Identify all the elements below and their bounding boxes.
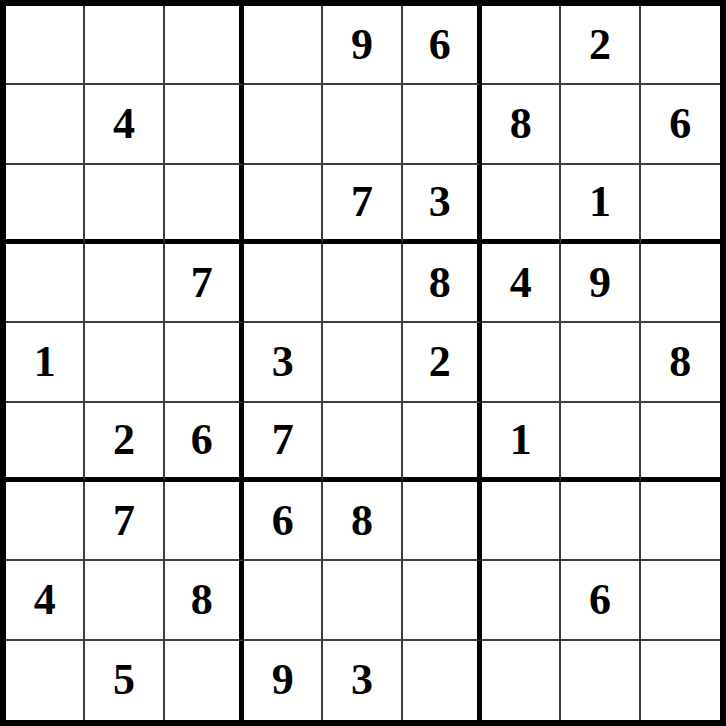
sudoku-cell-r3c5[interactable]: 7: [323, 165, 402, 244]
sudoku-cell-r2c9[interactable]: 6: [641, 85, 720, 164]
sudoku-cell-r2c6[interactable]: [403, 85, 482, 164]
sudoku-cell-r8c3[interactable]: 8: [165, 561, 244, 640]
sudoku-cell-r5c9[interactable]: 8: [641, 323, 720, 402]
sudoku-cell-r3c3[interactable]: [165, 165, 244, 244]
sudoku-cell-r4c7[interactable]: 4: [482, 244, 561, 323]
sudoku-cell-r9c8[interactable]: [561, 641, 640, 720]
sudoku-cell-r3c9[interactable]: [641, 165, 720, 244]
sudoku-cell-r4c2[interactable]: [85, 244, 164, 323]
sudoku-cell-r6c9[interactable]: [641, 403, 720, 482]
sudoku-board: 962486731784913282671768486593: [0, 0, 726, 726]
sudoku-cell-r6c4[interactable]: 7: [244, 403, 323, 482]
sudoku-cell-r1c4[interactable]: [244, 6, 323, 85]
sudoku-cell-r1c1[interactable]: [6, 6, 85, 85]
sudoku-cell-r4c8[interactable]: 9: [561, 244, 640, 323]
sudoku-cell-r3c2[interactable]: [85, 165, 164, 244]
sudoku-cell-r6c1[interactable]: [6, 403, 85, 482]
sudoku-cell-r9c9[interactable]: [641, 641, 720, 720]
sudoku-cell-r3c7[interactable]: [482, 165, 561, 244]
sudoku-cell-r3c4[interactable]: [244, 165, 323, 244]
sudoku-cell-r5c3[interactable]: [165, 323, 244, 402]
sudoku-cell-r7c7[interactable]: [482, 482, 561, 561]
sudoku-cell-r4c3[interactable]: 7: [165, 244, 244, 323]
sudoku-cell-r8c1[interactable]: 4: [6, 561, 85, 640]
sudoku-cell-r9c2[interactable]: 5: [85, 641, 164, 720]
sudoku-cell-r7c1[interactable]: [6, 482, 85, 561]
sudoku-cell-r5c8[interactable]: [561, 323, 640, 402]
sudoku-cell-r1c3[interactable]: [165, 6, 244, 85]
sudoku-cell-r8c6[interactable]: [403, 561, 482, 640]
sudoku-cell-r8c8[interactable]: 6: [561, 561, 640, 640]
sudoku-cell-r2c1[interactable]: [6, 85, 85, 164]
sudoku-cell-r8c4[interactable]: [244, 561, 323, 640]
sudoku-cell-r5c7[interactable]: [482, 323, 561, 402]
sudoku-cell-r9c5[interactable]: 3: [323, 641, 402, 720]
sudoku-cell-r7c3[interactable]: [165, 482, 244, 561]
sudoku-cell-r2c7[interactable]: 8: [482, 85, 561, 164]
sudoku-cell-r1c7[interactable]: [482, 6, 561, 85]
sudoku-cell-r3c1[interactable]: [6, 165, 85, 244]
sudoku-cell-r9c3[interactable]: [165, 641, 244, 720]
sudoku-cell-r2c5[interactable]: [323, 85, 402, 164]
sudoku-cell-r1c8[interactable]: 2: [561, 6, 640, 85]
sudoku-cell-r7c5[interactable]: 8: [323, 482, 402, 561]
sudoku-cell-r8c7[interactable]: [482, 561, 561, 640]
sudoku-cell-r3c6[interactable]: 3: [403, 165, 482, 244]
sudoku-cell-r2c8[interactable]: [561, 85, 640, 164]
sudoku-cell-r1c5[interactable]: 9: [323, 6, 402, 85]
sudoku-cell-r8c2[interactable]: [85, 561, 164, 640]
sudoku-cell-r4c6[interactable]: 8: [403, 244, 482, 323]
sudoku-cell-r4c9[interactable]: [641, 244, 720, 323]
sudoku-cell-r7c2[interactable]: 7: [85, 482, 164, 561]
sudoku-cell-r9c1[interactable]: [6, 641, 85, 720]
sudoku-puzzle: 962486731784913282671768486593: [0, 0, 726, 726]
sudoku-cell-r5c4[interactable]: 3: [244, 323, 323, 402]
sudoku-cell-r1c6[interactable]: 6: [403, 6, 482, 85]
sudoku-cell-r3c8[interactable]: 1: [561, 165, 640, 244]
sudoku-cell-r2c4[interactable]: [244, 85, 323, 164]
sudoku-cell-r2c3[interactable]: [165, 85, 244, 164]
sudoku-cell-r9c7[interactable]: [482, 641, 561, 720]
sudoku-cell-r5c5[interactable]: [323, 323, 402, 402]
sudoku-cell-r6c8[interactable]: [561, 403, 640, 482]
sudoku-cell-r1c2[interactable]: [85, 6, 164, 85]
sudoku-cell-r8c9[interactable]: [641, 561, 720, 640]
sudoku-cell-r5c6[interactable]: 2: [403, 323, 482, 402]
sudoku-cell-r2c2[interactable]: 4: [85, 85, 164, 164]
sudoku-cell-r9c6[interactable]: [403, 641, 482, 720]
sudoku-cell-r6c6[interactable]: [403, 403, 482, 482]
sudoku-cell-r5c2[interactable]: [85, 323, 164, 402]
sudoku-cell-r7c8[interactable]: [561, 482, 640, 561]
sudoku-cell-r6c7[interactable]: 1: [482, 403, 561, 482]
sudoku-cell-r1c9[interactable]: [641, 6, 720, 85]
sudoku-cell-r7c6[interactable]: [403, 482, 482, 561]
sudoku-cell-r6c5[interactable]: [323, 403, 402, 482]
sudoku-cell-r4c4[interactable]: [244, 244, 323, 323]
sudoku-cell-r4c5[interactable]: [323, 244, 402, 323]
sudoku-cell-r8c5[interactable]: [323, 561, 402, 640]
sudoku-cell-r6c3[interactable]: 6: [165, 403, 244, 482]
sudoku-cell-r7c9[interactable]: [641, 482, 720, 561]
sudoku-cell-r6c2[interactable]: 2: [85, 403, 164, 482]
sudoku-cell-r9c4[interactable]: 9: [244, 641, 323, 720]
sudoku-cell-r5c1[interactable]: 1: [6, 323, 85, 402]
sudoku-cell-r7c4[interactable]: 6: [244, 482, 323, 561]
sudoku-cell-r4c1[interactable]: [6, 244, 85, 323]
